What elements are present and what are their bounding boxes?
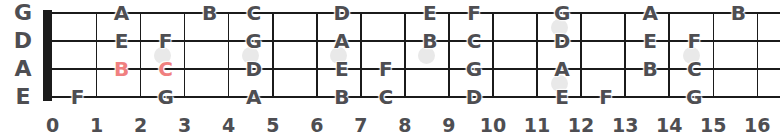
fret-number-9: 9 <box>442 116 455 135</box>
fret-wire-6 <box>316 12 318 98</box>
note-E-string-fret-1-F: F <box>71 87 85 107</box>
note-G-string-fret-7-D: D <box>334 3 351 23</box>
fret-wire-2 <box>140 12 142 98</box>
note-G-string-fret-12-G: G <box>554 3 570 23</box>
fret-number-4: 4 <box>222 116 235 135</box>
note-A-string-fret-14-B: B <box>643 59 658 79</box>
note-E-string-fret-12-E: E <box>555 87 569 107</box>
note-E-string-fret-13-F: F <box>599 87 613 107</box>
note-G-string-fret-14-A: A <box>642 3 657 23</box>
note-G-string-fret-16-B: B <box>731 3 746 23</box>
note-E-string-fret-8-C: C <box>379 87 394 107</box>
fret-number-16: 16 <box>744 116 770 135</box>
note-E-string-fret-3-G: G <box>157 87 173 107</box>
fret-wire-13 <box>624 12 626 98</box>
note-E-string-fret-5-A: A <box>246 87 261 107</box>
fret-wire-16 <box>757 12 759 98</box>
note-D-string-fret-5-G: G <box>246 31 262 51</box>
note-D-string-fret-10-C: C <box>467 31 482 51</box>
note-E-string-fret-7-B: B <box>334 87 349 107</box>
fret-number-1: 1 <box>90 116 103 135</box>
note-A-string-fret-15-C: C <box>687 59 702 79</box>
note-A-string-fret-12-A: A <box>554 59 569 79</box>
fret-number-0: 0 <box>46 116 59 135</box>
fret-number-10: 10 <box>480 116 506 135</box>
fret-wire-9 <box>448 12 450 98</box>
note-D-string-fret-7-A: A <box>334 31 349 51</box>
fret-number-13: 13 <box>612 116 638 135</box>
note-D-string-fret-9-B: B <box>422 31 437 51</box>
note-A-string-fret-3-C: C <box>158 59 173 79</box>
fret-number-8: 8 <box>398 116 411 135</box>
fret-number-3: 3 <box>178 116 191 135</box>
note-G-string-fret-5-C: C <box>246 3 261 23</box>
fret-wire-4 <box>228 12 230 98</box>
note-D-string-fret-12-D: D <box>554 31 571 51</box>
note-E-string-fret-10-D: D <box>466 87 483 107</box>
note-A-string-fret-5-D: D <box>245 59 262 79</box>
note-A-string-fret-10-G: G <box>466 59 482 79</box>
note-E-string-fret-15-G: G <box>686 87 702 107</box>
fret-number-15: 15 <box>700 116 726 135</box>
fret-wire-14 <box>668 12 670 98</box>
note-G-string-fret-9-E: E <box>423 3 437 23</box>
note-G-string-fret-10-F: F <box>467 3 481 23</box>
note-D-string-fret-14-E: E <box>643 31 657 51</box>
fret-wire-8 <box>404 12 406 98</box>
fret-wire-11 <box>536 12 538 98</box>
string-label-E: E <box>15 86 30 108</box>
note-A-string-fret-2-B: B <box>114 59 129 79</box>
string-label-G: G <box>14 2 32 24</box>
fret-wire-7 <box>360 12 362 98</box>
fret-wire-3 <box>184 12 186 98</box>
fret-number-12: 12 <box>568 116 594 135</box>
fret-number-5: 5 <box>266 116 279 135</box>
fret-wire-1 <box>96 12 98 98</box>
fret-wire-12 <box>580 12 582 98</box>
fret-wire-10 <box>492 12 494 98</box>
note-D-string-fret-3-F: F <box>159 31 173 51</box>
note-A-string-fret-8-F: F <box>379 59 393 79</box>
note-A-string-fret-7-E: E <box>335 59 349 79</box>
fret-number-14: 14 <box>656 116 682 135</box>
string-label-D: D <box>14 30 32 52</box>
fret-number-7: 7 <box>354 116 367 135</box>
fretboard-diagram: GDAE ABCDEFGABEFGABCDEFBCDEFGABCFGABCDEF… <box>0 0 780 138</box>
fret-number-6: 6 <box>310 116 323 135</box>
note-G-string-fret-4-B: B <box>202 3 217 23</box>
fret-wire-15 <box>713 12 715 98</box>
string-label-A: A <box>14 58 31 80</box>
fret-number-11: 11 <box>524 116 550 135</box>
nut <box>43 10 52 101</box>
note-D-string-fret-2-E: E <box>115 31 129 51</box>
note-D-string-fret-15-F: F <box>687 31 701 51</box>
fret-number-2: 2 <box>134 116 147 135</box>
note-G-string-fret-2-A: A <box>114 3 129 23</box>
fret-wire-5 <box>272 12 274 98</box>
